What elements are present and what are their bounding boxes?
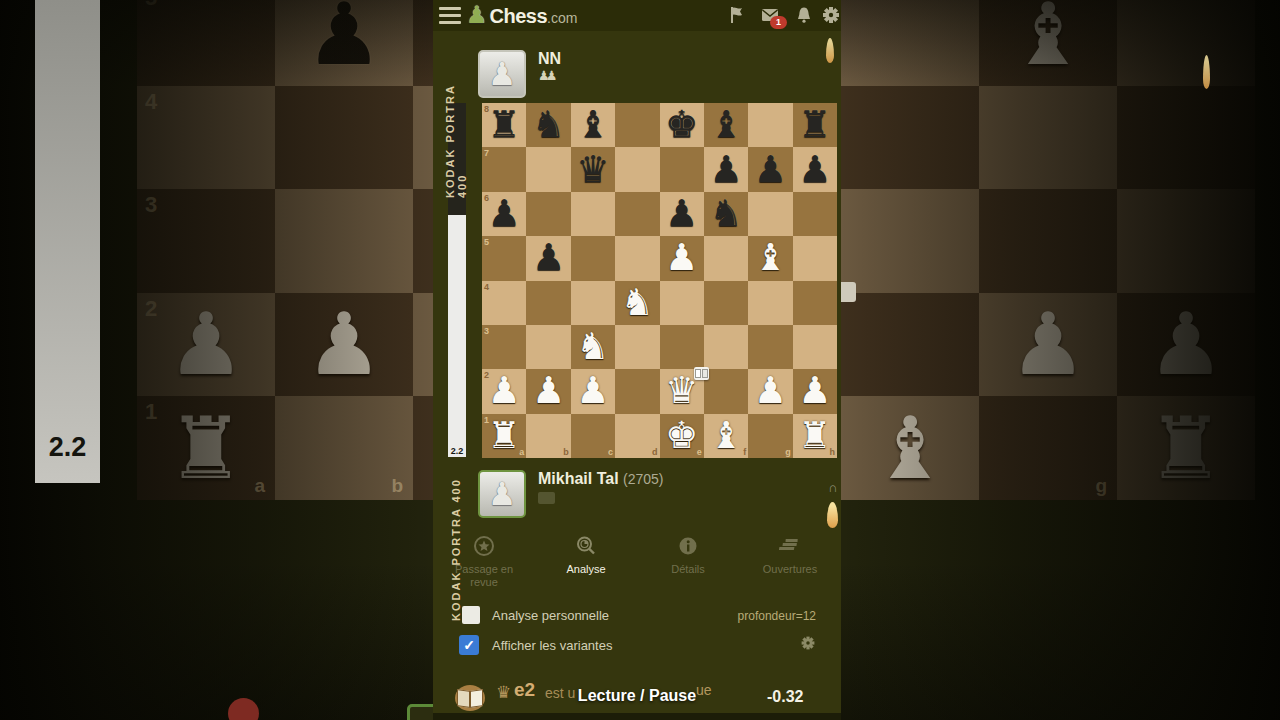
square-c2[interactable]: ♟ bbox=[571, 369, 615, 413]
square-d7[interactable] bbox=[615, 147, 659, 191]
pawn-avatar-icon: ♟ bbox=[488, 475, 517, 513]
background-file-label: a bbox=[254, 475, 265, 497]
file-label: a bbox=[519, 447, 524, 457]
settings-gear-icon[interactable] bbox=[800, 635, 816, 655]
background-square-c5 bbox=[413, 0, 433, 86]
square-c5[interactable] bbox=[571, 236, 615, 280]
rank-label: 4 bbox=[484, 282, 489, 292]
checkbox-checked[interactable]: ✓ bbox=[459, 635, 479, 655]
white-knight: ♞ bbox=[621, 281, 654, 325]
background-piece: ♟ bbox=[305, 0, 382, 84]
white-rook: ♜ bbox=[798, 414, 831, 458]
background-piece: ♜ bbox=[1147, 398, 1224, 498]
notification-badge: 1 bbox=[770, 16, 787, 29]
flag-icon[interactable] bbox=[727, 5, 747, 25]
square-g6[interactable] bbox=[748, 192, 792, 236]
star-circle-icon bbox=[433, 533, 535, 559]
square-h2[interactable]: ♟ bbox=[793, 369, 837, 413]
square-b6[interactable] bbox=[526, 192, 570, 236]
logo-pawn-icon: ♟ bbox=[466, 2, 488, 28]
white-rook: ♜ bbox=[488, 414, 521, 458]
player-name-white: Mikhail Tal bbox=[538, 470, 619, 487]
square-g5[interactable]: ♝ bbox=[748, 236, 792, 280]
square-e6[interactable]: ♟ bbox=[660, 192, 704, 236]
video-frame: 5♟432♟♟1a♜b 2.2 ♝♟♟♝g♜ ♟ Chess .com 1 bbox=[0, 0, 1280, 720]
square-h6[interactable] bbox=[793, 192, 837, 236]
square-g7[interactable]: ♟ bbox=[748, 147, 792, 191]
background-square-h4 bbox=[1117, 86, 1255, 190]
white-pawn: ♟ bbox=[798, 369, 831, 413]
option-personal-analysis: Analyse personnelle profondeur=12 bbox=[433, 606, 841, 632]
background-rank-label: 4 bbox=[145, 89, 157, 115]
file-label: f bbox=[743, 447, 746, 457]
square-g4[interactable] bbox=[748, 281, 792, 325]
books-icon bbox=[739, 533, 841, 559]
info-icon bbox=[637, 533, 739, 559]
background-piece: ♟ bbox=[1147, 294, 1224, 394]
play-pause-overlay[interactable]: Lecture / Pause bbox=[578, 687, 696, 705]
background-square-c1 bbox=[413, 396, 433, 500]
background-square-f1: ♝ bbox=[841, 396, 979, 500]
background-square-c4 bbox=[413, 86, 433, 190]
menu-icon[interactable] bbox=[439, 7, 461, 24]
square-a3[interactable]: 3 bbox=[482, 325, 526, 369]
background-piece: ♝ bbox=[1009, 0, 1086, 84]
background-rank-label: 2 bbox=[145, 296, 157, 322]
top-bar: ♟ Chess .com 1 bbox=[433, 0, 841, 31]
background-board-right: ♝♟♟♝g♜ bbox=[841, 0, 1255, 500]
background-avatar-fragment bbox=[407, 704, 433, 720]
background-left-panel: 5♟432♟♟1a♜b 2.2 bbox=[0, 0, 433, 720]
file-label: c bbox=[608, 447, 613, 457]
avatar-black[interactable]: ♟ bbox=[478, 50, 526, 98]
square-g1[interactable]: g bbox=[748, 414, 792, 458]
background-rank-label: 5 bbox=[145, 0, 157, 11]
background-square-b4 bbox=[275, 86, 413, 190]
file-label: e bbox=[697, 447, 702, 457]
background-square-h3 bbox=[1117, 189, 1255, 293]
square-b7[interactable] bbox=[526, 147, 570, 191]
square-b4[interactable] bbox=[526, 281, 570, 325]
background-square-g1: g bbox=[979, 396, 1117, 500]
logo-text: Chess bbox=[490, 5, 548, 28]
background-square-g3 bbox=[979, 189, 1117, 293]
rank-label: 3 bbox=[484, 326, 489, 336]
avatar-white[interactable]: ♟ bbox=[478, 470, 526, 518]
square-e8[interactable]: ♚ bbox=[660, 103, 704, 147]
background-red-badge-fragment bbox=[228, 698, 259, 720]
square-h5[interactable] bbox=[793, 236, 837, 280]
square-g2[interactable]: ♟ bbox=[748, 369, 792, 413]
square-b3[interactable] bbox=[526, 325, 570, 369]
square-b5[interactable]: ♟ bbox=[526, 236, 570, 280]
background-square-a2: 2♟ bbox=[137, 293, 275, 397]
square-a1[interactable]: 1a♜ bbox=[482, 414, 526, 458]
square-f6[interactable]: ♞ bbox=[704, 192, 748, 236]
square-c7[interactable]: ♛ bbox=[571, 147, 615, 191]
square-b1[interactable]: b bbox=[526, 414, 570, 458]
rank-label: 1 bbox=[484, 415, 489, 425]
background-square-g4 bbox=[979, 86, 1117, 190]
square-h8[interactable]: ♜ bbox=[793, 103, 837, 147]
background-square-f4 bbox=[841, 86, 979, 190]
square-g3[interactable] bbox=[748, 325, 792, 369]
logo-suffix-text: .com bbox=[547, 10, 577, 26]
opening-book-icon bbox=[455, 685, 485, 711]
chesscom-logo[interactable]: ♟ Chess .com bbox=[466, 2, 577, 28]
pawn-avatar-icon: ♟ bbox=[488, 55, 517, 93]
move-square-text: e2 bbox=[514, 679, 535, 701]
square-d4[interactable]: ♞ bbox=[615, 281, 659, 325]
square-d3[interactable] bbox=[615, 325, 659, 369]
gear-icon[interactable] bbox=[821, 5, 841, 25]
background-square-a4: 4 bbox=[137, 86, 275, 190]
black-pawn: ♟ bbox=[754, 148, 787, 192]
rank-label: 2 bbox=[484, 370, 489, 380]
square-a4[interactable]: 4 bbox=[482, 281, 526, 325]
background-square-a3: 3 bbox=[137, 189, 275, 293]
player-card-black[interactable]: ♟ NN ♟♟ bbox=[478, 50, 561, 98]
background-piece: ♟ bbox=[167, 294, 244, 394]
file-label: h bbox=[830, 447, 836, 457]
square-d1[interactable]: d bbox=[615, 414, 659, 458]
square-c3[interactable]: ♞ bbox=[571, 325, 615, 369]
analysis-tab-bar: Passage en revue Analyse Détails Ouvertu… bbox=[433, 533, 841, 589]
background-square-c3 bbox=[413, 189, 433, 293]
white-pawn: ♟ bbox=[665, 236, 698, 280]
black-pawn: ♟ bbox=[665, 192, 698, 236]
tab-details[interactable]: Détails bbox=[637, 533, 739, 589]
white-knight: ♞ bbox=[576, 325, 609, 369]
bottom-strip bbox=[433, 713, 841, 720]
square-f2[interactable] bbox=[704, 369, 748, 413]
square-c4[interactable] bbox=[571, 281, 615, 325]
square-d5[interactable] bbox=[615, 236, 659, 280]
background-square-b2: ♟ bbox=[275, 293, 413, 397]
background-file-label: b bbox=[391, 475, 403, 497]
square-f5[interactable] bbox=[704, 236, 748, 280]
square-f8[interactable]: ♝ bbox=[704, 103, 748, 147]
white-pawn: ♟ bbox=[754, 369, 787, 413]
tab-analysis[interactable]: Analyse bbox=[535, 533, 637, 589]
background-square-g5: ♝ bbox=[979, 0, 1117, 86]
film-strip-label: KODAK PORTRA 400 bbox=[447, 58, 465, 198]
tab-openings[interactable]: Ouvertures bbox=[739, 533, 841, 589]
player-card-white[interactable]: ♟ Mikhail Tal (2705) bbox=[478, 470, 664, 518]
background-square-b3 bbox=[275, 189, 413, 293]
queen-move-icon: ♛ bbox=[496, 682, 511, 702]
background-square-f3 bbox=[841, 189, 979, 293]
background-square-g2: ♟ bbox=[979, 293, 1117, 397]
black-king: ♚ bbox=[665, 103, 698, 147]
white-pawn: ♟ bbox=[488, 369, 521, 413]
square-c1[interactable]: c bbox=[571, 414, 615, 458]
square-c8[interactable]: ♝ bbox=[571, 103, 615, 147]
black-queen: ♛ bbox=[576, 148, 609, 192]
square-g8[interactable] bbox=[748, 103, 792, 147]
evaluation-value: 2.2 bbox=[448, 446, 466, 456]
option-label: Analyse personnelle bbox=[492, 608, 609, 623]
file-label: b bbox=[563, 447, 569, 457]
background-square-h5 bbox=[1117, 0, 1255, 86]
square-f4[interactable] bbox=[704, 281, 748, 325]
artifact-glyph: ∩ bbox=[828, 480, 837, 495]
square-b2[interactable]: ♟ bbox=[526, 369, 570, 413]
file-label: d bbox=[652, 447, 658, 457]
candle-flame-icon bbox=[826, 38, 834, 63]
background-piece: ♝ bbox=[871, 398, 948, 498]
two-pawns-icon: ♟♟ bbox=[538, 68, 561, 83]
player-rating-white: (2705) bbox=[623, 471, 663, 487]
background-square-b1: b bbox=[275, 396, 413, 500]
white-bishop: ♝ bbox=[754, 236, 787, 280]
tab-game-review[interactable]: Passage en revue bbox=[433, 533, 535, 589]
square-f7[interactable]: ♟ bbox=[704, 147, 748, 191]
white-pawn: ♟ bbox=[532, 369, 565, 413]
black-rook: ♜ bbox=[798, 103, 831, 147]
black-bishop: ♝ bbox=[709, 103, 742, 147]
background-square-c2 bbox=[413, 293, 433, 397]
square-a8[interactable]: 8♜ bbox=[482, 103, 526, 147]
white-bishop: ♝ bbox=[709, 414, 742, 458]
player-name-black: NN bbox=[538, 50, 561, 68]
black-pawn: ♟ bbox=[532, 236, 565, 280]
engine-eval-value: -0.32 bbox=[767, 688, 803, 706]
background-right-panel: ♝♟♟♝g♜ bbox=[841, 0, 1280, 720]
book-move-badge bbox=[694, 367, 709, 380]
background-square-a1: 1a♜ bbox=[137, 396, 275, 500]
background-rank-label: 1 bbox=[145, 399, 157, 425]
square-e1[interactable]: e♚ bbox=[660, 414, 704, 458]
square-e3[interactable] bbox=[660, 325, 704, 369]
black-pawn: ♟ bbox=[709, 148, 742, 192]
checkbox-unchecked[interactable] bbox=[462, 606, 480, 624]
square-a2[interactable]: 2♟ bbox=[482, 369, 526, 413]
background-book-badge-fragment bbox=[841, 282, 856, 302]
square-e4[interactable] bbox=[660, 281, 704, 325]
background-file-label: g bbox=[1095, 475, 1107, 497]
move-comment-bar: ♛ e2 est u Lecture / Pause ue -0.32 bbox=[433, 678, 841, 714]
country-flag-icon bbox=[538, 492, 555, 504]
background-square-h2: ♟ bbox=[1117, 293, 1255, 397]
rank-label: 8 bbox=[484, 104, 489, 114]
bell-icon[interactable] bbox=[794, 5, 814, 25]
square-a5[interactable]: 5 bbox=[482, 236, 526, 280]
option-show-variations: ✓ Afficher les variantes bbox=[433, 635, 841, 661]
rank-label: 5 bbox=[484, 237, 489, 247]
option-label: Afficher les variantes bbox=[492, 638, 612, 653]
white-king: ♚ bbox=[665, 414, 698, 458]
square-e5[interactable]: ♟ bbox=[660, 236, 704, 280]
black-pawn: ♟ bbox=[798, 148, 831, 192]
black-knight: ♞ bbox=[532, 103, 565, 147]
magnifier-icon bbox=[535, 533, 637, 559]
black-pawn: ♟ bbox=[488, 192, 521, 236]
background-square-a5: 5 bbox=[137, 0, 275, 86]
depth-value: profondeur=12 bbox=[738, 609, 816, 623]
background-piece: ♟ bbox=[305, 294, 382, 394]
square-f3[interactable] bbox=[704, 325, 748, 369]
background-eval-bar: 2.2 bbox=[35, 0, 100, 483]
background-board-left: 5♟432♟♟1a♜b bbox=[137, 0, 433, 500]
square-c6[interactable] bbox=[571, 192, 615, 236]
background-square-b5: ♟ bbox=[275, 0, 413, 86]
square-h7[interactable]: ♟ bbox=[793, 147, 837, 191]
rank-label: 7 bbox=[484, 148, 489, 158]
candle-flame-icon bbox=[827, 502, 838, 528]
file-label: g bbox=[785, 447, 791, 457]
chess-app: ♟ Chess .com 1 ♟ NN ♟♟ bbox=[433, 0, 841, 720]
black-bishop: ♝ bbox=[576, 103, 609, 147]
comment-text-right: ue bbox=[696, 682, 712, 698]
chess-board[interactable]: 8♜♞♝♚♝♜7♛♟♟♟6♟♟♞5♟♟♝4♞3♞2♟♟♟♛♟♟1a♜bcde♚f… bbox=[482, 103, 837, 458]
square-a7[interactable]: 7 bbox=[482, 147, 526, 191]
background-square-f5 bbox=[841, 0, 979, 86]
comment-text-left: est u bbox=[545, 685, 575, 701]
square-a6[interactable]: 6♟ bbox=[482, 192, 526, 236]
square-h3[interactable] bbox=[793, 325, 837, 369]
square-d8[interactable] bbox=[615, 103, 659, 147]
square-d6[interactable] bbox=[615, 192, 659, 236]
square-e7[interactable] bbox=[660, 147, 704, 191]
rank-label: 6 bbox=[484, 193, 489, 203]
background-piece: ♟ bbox=[1009, 294, 1086, 394]
background-square-h1: ♜ bbox=[1117, 396, 1255, 500]
black-knight: ♞ bbox=[709, 192, 742, 236]
square-d2[interactable] bbox=[615, 369, 659, 413]
square-b8[interactable]: ♞ bbox=[526, 103, 570, 147]
evaluation-bar-white-part bbox=[448, 215, 466, 457]
square-f1[interactable]: f♝ bbox=[704, 414, 748, 458]
black-rook: ♜ bbox=[488, 103, 521, 147]
background-rank-label: 3 bbox=[145, 192, 157, 218]
background-eval-value: 2.2 bbox=[49, 432, 87, 483]
square-h1[interactable]: h♜ bbox=[793, 414, 837, 458]
background-piece: ♜ bbox=[167, 398, 244, 498]
square-h4[interactable] bbox=[793, 281, 837, 325]
background-square-f2 bbox=[841, 293, 979, 397]
white-pawn: ♟ bbox=[576, 369, 609, 413]
